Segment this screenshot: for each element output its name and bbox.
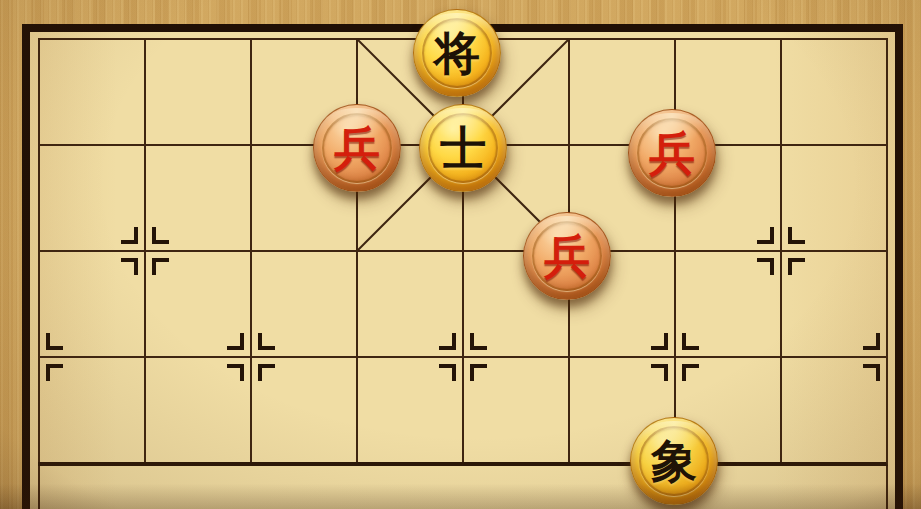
point-marker-corner [682,333,699,350]
board-grid[interactable] [38,38,888,466]
point-marker-corner [651,333,668,350]
point-marker-corner [682,364,699,381]
piece-glyph: 象 [651,438,697,484]
point-marker-corner [757,227,774,244]
piece-black-elephant[interactable]: 象 [630,417,718,505]
point-marker-corner [863,364,880,381]
piece-glyph: 将 [434,30,480,76]
piece-glyph: 兵 [649,130,695,176]
point-marker-corner [439,364,456,381]
piece-glyph: 兵 [334,125,380,171]
river-file-line-right [886,466,888,509]
piece-black-general[interactable]: 将 [413,9,501,97]
piece-glyph: 兵 [544,233,590,279]
xiangqi-board: 将兵士兵兵象 [0,0,921,509]
piece-glyph: 士 [440,125,486,171]
point-marker-corner [152,258,169,275]
point-marker-corner [470,333,487,350]
board-cell [780,38,886,144]
point-marker-corner [46,333,63,350]
point-marker-corner [439,333,456,350]
point-marker-corner [470,364,487,381]
point-marker-corner [788,227,805,244]
board-cell [144,38,250,144]
river-file-line-left [38,466,40,509]
point-marker-corner [227,364,244,381]
piece-red-soldier-1[interactable]: 兵 [313,104,401,192]
point-marker-corner [46,364,63,381]
point-marker-corner [121,227,138,244]
point-marker-corner [757,258,774,275]
point-marker-corner [227,333,244,350]
point-marker-corner [152,227,169,244]
point-marker-corner [258,333,275,350]
point-marker-corner [258,364,275,381]
point-marker-corner [788,258,805,275]
point-marker-corner [651,364,668,381]
piece-red-soldier-2[interactable]: 兵 [628,109,716,197]
board-cell [38,38,144,144]
piece-red-soldier-3[interactable]: 兵 [523,212,611,300]
point-marker-corner [121,258,138,275]
point-marker-corner [863,333,880,350]
piece-black-advisor[interactable]: 士 [419,104,507,192]
